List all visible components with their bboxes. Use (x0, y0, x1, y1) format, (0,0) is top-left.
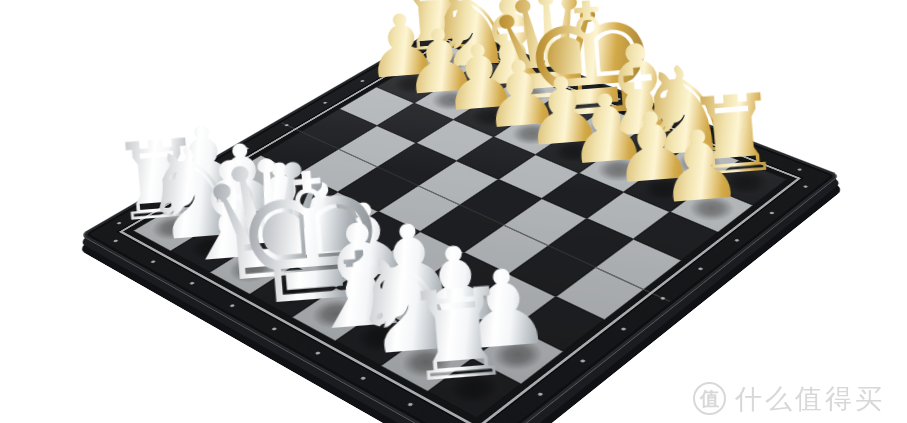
smzdm-badge-icon: 值 (693, 382, 726, 415)
watermark-badge-char: 值 (700, 389, 719, 408)
pieces-layer: ♜♞♝♛♚♝♞♜♟♟♟♟♟♟♟♟♟♟♟♟♟♟♟♟♜♞♝♛♚♝♞♜ (133, 45, 787, 418)
watermark: 值 什么值得买 (693, 382, 885, 415)
rook-glyph: ♜ (362, 268, 555, 404)
scene-perspective: ♜♞♝♛♚♝♞♜♟♟♟♟♟♟♟♟♟♟♟♟♟♟♟♟♜♞♝♛♚♝♞♜ (0, 0, 907, 423)
watermark-text: 什么值得买 (735, 385, 885, 412)
chess-board: ♜♞♝♛♚♝♞♜♟♟♟♟♟♟♟♟♟♟♟♟♟♟♟♟♜♞♝♛♚♝♞♜ (79, 23, 840, 423)
pawn-glyph: ♟ (615, 112, 786, 221)
